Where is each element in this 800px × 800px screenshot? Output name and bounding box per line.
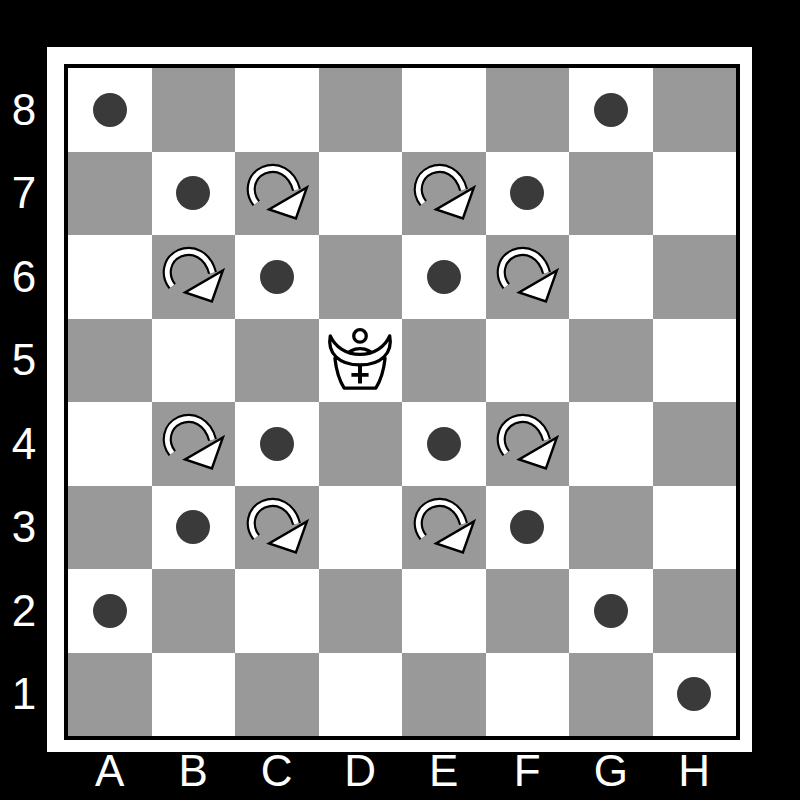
square-d3 xyxy=(319,486,403,570)
square-b3 xyxy=(152,486,236,570)
rank-label-4: 4 xyxy=(0,402,48,486)
square-e8 xyxy=(402,68,486,152)
square-a1 xyxy=(68,653,152,737)
square-d4 xyxy=(319,402,403,486)
diagonal-move-dot xyxy=(176,510,210,544)
square-a4 xyxy=(68,402,152,486)
file-label-g: G xyxy=(569,747,653,795)
square-c1 xyxy=(235,653,319,737)
square-f2 xyxy=(486,569,570,653)
archbishop-piece xyxy=(326,328,394,394)
square-d2 xyxy=(319,569,403,653)
square-f5 xyxy=(486,319,570,403)
square-f8 xyxy=(486,68,570,152)
square-d8 xyxy=(319,68,403,152)
square-f6 xyxy=(486,235,570,319)
file-label-c: C xyxy=(235,747,319,795)
square-e5 xyxy=(402,319,486,403)
knight-move-arrow-icon xyxy=(412,163,476,224)
rank-label-2: 2 xyxy=(0,569,48,653)
square-a5 xyxy=(68,319,152,403)
square-c2 xyxy=(235,569,319,653)
square-d6 xyxy=(319,235,403,319)
square-g7 xyxy=(569,152,653,236)
square-h5 xyxy=(653,319,737,403)
rank-label-5: 5 xyxy=(0,319,48,403)
knight-move-arrow-icon xyxy=(412,497,476,558)
rank-label-6: 6 xyxy=(0,235,48,319)
diagonal-move-dot xyxy=(510,176,544,210)
square-e1 xyxy=(402,653,486,737)
square-c8 xyxy=(235,68,319,152)
knight-move-arrow-icon xyxy=(495,246,559,307)
square-c4 xyxy=(235,402,319,486)
square-h4 xyxy=(653,402,737,486)
diagonal-move-dot xyxy=(510,510,544,544)
square-f1 xyxy=(486,653,570,737)
rank-label-1: 1 xyxy=(0,653,48,737)
square-b1 xyxy=(152,653,236,737)
square-g2 xyxy=(569,569,653,653)
square-e3 xyxy=(402,486,486,570)
rank-label-3: 3 xyxy=(0,486,48,570)
square-g5 xyxy=(569,319,653,403)
square-f3 xyxy=(486,486,570,570)
diagonal-move-dot xyxy=(93,594,127,628)
square-g6 xyxy=(569,235,653,319)
square-b4 xyxy=(152,402,236,486)
square-a7 xyxy=(68,152,152,236)
file-label-a: A xyxy=(68,747,152,795)
square-b7 xyxy=(152,152,236,236)
square-f7 xyxy=(486,152,570,236)
square-g8 xyxy=(569,68,653,152)
square-h7 xyxy=(653,152,737,236)
square-e6 xyxy=(402,235,486,319)
diagonal-move-dot xyxy=(594,93,628,127)
knight-move-arrow-icon xyxy=(495,413,559,474)
rank-label-7: 7 xyxy=(0,152,48,236)
rank-label-8: 8 xyxy=(0,68,48,152)
square-b2 xyxy=(152,569,236,653)
file-label-e: E xyxy=(402,747,486,795)
diagonal-move-dot xyxy=(427,260,461,294)
diagram-background: 87654321 ABCDEFGH xyxy=(0,0,800,800)
square-f4 xyxy=(486,402,570,486)
square-g1 xyxy=(569,653,653,737)
square-h2 xyxy=(653,569,737,653)
square-h1 xyxy=(653,653,737,737)
file-label-h: H xyxy=(653,747,737,795)
square-a3 xyxy=(68,486,152,570)
knight-move-arrow-icon xyxy=(245,497,309,558)
square-a6 xyxy=(68,235,152,319)
square-d1 xyxy=(319,653,403,737)
square-c6 xyxy=(235,235,319,319)
file-label-d: D xyxy=(319,747,403,795)
square-c5 xyxy=(235,319,319,403)
diagonal-move-dot xyxy=(260,260,294,294)
square-h3 xyxy=(653,486,737,570)
square-h8 xyxy=(653,68,737,152)
square-c7 xyxy=(235,152,319,236)
square-h6 xyxy=(653,235,737,319)
square-a2 xyxy=(68,569,152,653)
square-c3 xyxy=(235,486,319,570)
knight-move-arrow-icon xyxy=(245,163,309,224)
diagonal-move-dot xyxy=(677,677,711,711)
square-g3 xyxy=(569,486,653,570)
diagonal-move-dot xyxy=(260,427,294,461)
square-d5 xyxy=(319,319,403,403)
square-b8 xyxy=(152,68,236,152)
knight-move-arrow-icon xyxy=(161,246,225,307)
square-e2 xyxy=(402,569,486,653)
square-g4 xyxy=(569,402,653,486)
file-label-b: B xyxy=(152,747,236,795)
file-label-f: F xyxy=(486,747,570,795)
square-a8 xyxy=(68,68,152,152)
square-e7 xyxy=(402,152,486,236)
knight-move-arrow-icon xyxy=(161,413,225,474)
diagonal-move-dot xyxy=(594,594,628,628)
square-e4 xyxy=(402,402,486,486)
square-b5 xyxy=(152,319,236,403)
diagonal-move-dot xyxy=(93,93,127,127)
square-d7 xyxy=(319,152,403,236)
chess-board xyxy=(64,64,740,740)
square-b6 xyxy=(152,235,236,319)
diagonal-move-dot xyxy=(427,427,461,461)
diagonal-move-dot xyxy=(176,176,210,210)
